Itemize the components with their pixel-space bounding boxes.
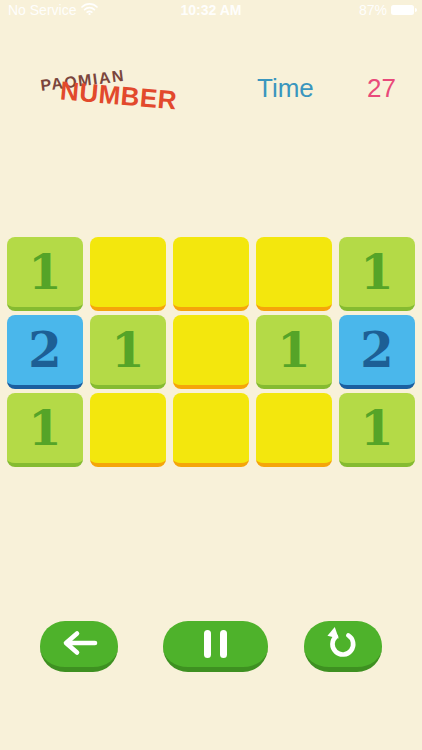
tile-r3c1[interactable]: 1	[7, 393, 83, 467]
back-arrow-icon	[59, 630, 99, 659]
battery-percent-label: 87%	[359, 2, 387, 18]
tile-r1c3[interactable]	[173, 237, 249, 311]
tile-r1c4[interactable]	[256, 237, 332, 311]
restart-icon	[324, 624, 362, 665]
pause-button[interactable]	[163, 621, 268, 672]
tile-r3c4[interactable]	[256, 393, 332, 467]
back-button[interactable]	[40, 621, 118, 672]
tile-r3c2[interactable]	[90, 393, 166, 467]
tile-r2c2[interactable]: 1	[90, 315, 166, 389]
tile-r2c5[interactable]: 2	[339, 315, 415, 389]
tile-r1c2[interactable]	[90, 237, 166, 311]
puzzle-board: 11211211	[7, 237, 415, 467]
time-label: Time	[257, 73, 314, 104]
status-bar: No Service 10:32 AM 87%	[0, 0, 422, 22]
battery-icon	[391, 5, 414, 16]
time-value: 27	[367, 73, 396, 104]
tile-r1c1[interactable]: 1	[7, 237, 83, 311]
tile-r3c3[interactable]	[173, 393, 249, 467]
tile-r2c1[interactable]: 2	[7, 315, 83, 389]
tile-r2c3[interactable]	[173, 315, 249, 389]
tile-r1c5[interactable]: 1	[339, 237, 415, 311]
status-right: 87%	[359, 2, 414, 18]
logo-line2: NUMBER	[59, 75, 191, 117]
tile-r2c4[interactable]: 1	[256, 315, 332, 389]
game-logo: PAOMIAN NUMBER	[40, 68, 190, 112]
tile-r3c5[interactable]: 1	[339, 393, 415, 467]
game-screen: No Service 10:32 AM 87% PAOMIAN NUMBER T…	[0, 0, 422, 750]
restart-button[interactable]	[304, 621, 382, 672]
pause-icon	[204, 630, 227, 658]
